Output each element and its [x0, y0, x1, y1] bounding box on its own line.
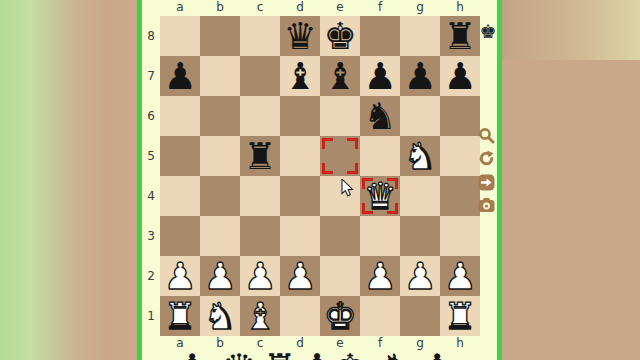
square-e4[interactable]: [320, 176, 360, 216]
square-d4[interactable]: [280, 176, 320, 216]
square-c1[interactable]: ♝: [240, 296, 280, 336]
chess-board[interactable]: ♛♚♜♟♝♝♟♟♟♞♜♞♛♟♟♟♟♟♟♟♜♞♝♚♜: [160, 16, 480, 336]
square-d6[interactable]: [280, 96, 320, 136]
square-h8[interactable]: ♜: [440, 16, 480, 56]
square-a2[interactable]: ♟: [160, 256, 200, 296]
mouse-cursor: [341, 179, 354, 202]
square-h3[interactable]: [440, 216, 480, 256]
square-h4[interactable]: [440, 176, 480, 216]
camera-icon[interactable]: [478, 197, 495, 214]
square-f5[interactable]: [360, 136, 400, 176]
square-g4[interactable]: [400, 176, 440, 216]
white-bishop-c1[interactable]: ♝: [240, 296, 280, 336]
square-g5[interactable]: ♞: [400, 136, 440, 176]
white-pawn-b2[interactable]: ♟: [200, 256, 240, 296]
square-g8[interactable]: [400, 16, 440, 56]
black-pawn-a7[interactable]: ♟: [160, 56, 200, 96]
square-e8[interactable]: ♚: [320, 16, 360, 56]
app-window: abcdefgh 87654321 ♛♚♜♟♝♝♟♟♟♞♜♞♛♟♟♟♟♟♟♟♜♞…: [0, 0, 640, 360]
square-d3[interactable]: [280, 216, 320, 256]
last-move-bracket: [362, 178, 373, 189]
black-pawn-h7[interactable]: ♟: [440, 56, 480, 96]
square-c3[interactable]: [240, 216, 280, 256]
square-b5[interactable]: [200, 136, 240, 176]
file-label-a: a: [160, 0, 200, 16]
square-b8[interactable]: [200, 16, 240, 56]
rank-label-1: 1: [142, 296, 160, 336]
file-label-g: g: [400, 0, 440, 16]
last-move-bracket: [347, 138, 358, 149]
chess-app-panel: abcdefgh 87654321 ♛♚♜♟♝♝♟♟♟♞♜♞♛♟♟♟♟♟♟♟♜♞…: [142, 0, 497, 360]
square-c8[interactable]: [240, 16, 280, 56]
square-h5[interactable]: [440, 136, 480, 176]
tray-black-rook[interactable]: ♜: [263, 349, 297, 360]
tray-black-bishop[interactable]: ♝: [300, 349, 334, 360]
file-label-c: c: [240, 0, 280, 16]
square-c2[interactable]: ♟: [240, 256, 280, 296]
black-knight-f6[interactable]: ♞: [360, 96, 400, 136]
square-g3[interactable]: [400, 216, 440, 256]
green-border-right: [497, 0, 502, 360]
rotate-icon[interactable]: [478, 150, 495, 167]
last-move-bracket: [322, 163, 333, 174]
black-king-e8[interactable]: ♚: [320, 16, 360, 56]
last-move-bracket: [387, 178, 398, 189]
file-label-e: e: [320, 0, 360, 16]
square-f4[interactable]: ♛: [360, 176, 400, 216]
last-move-bracket: [347, 163, 358, 174]
tray-black-knight[interactable]: ♞: [378, 349, 412, 360]
rank-label-7: 7: [142, 56, 160, 96]
square-a4[interactable]: [160, 176, 200, 216]
square-e2[interactable]: [320, 256, 360, 296]
black-bishop-e7[interactable]: ♝: [320, 56, 360, 96]
tray-black-queen[interactable]: ♛: [222, 349, 256, 360]
rank-label-8: 8: [142, 16, 160, 56]
square-c6[interactable]: [240, 96, 280, 136]
black-queen-d8[interactable]: ♛: [280, 16, 320, 56]
last-move-bracket: [322, 138, 333, 149]
square-a7[interactable]: ♟: [160, 56, 200, 96]
square-h6[interactable]: [440, 96, 480, 136]
square-a8[interactable]: [160, 16, 200, 56]
white-king-e1[interactable]: ♚: [320, 296, 360, 336]
rank-label-5: 5: [142, 136, 160, 176]
file-label-d: d: [280, 0, 320, 16]
square-b7[interactable]: [200, 56, 240, 96]
square-d8[interactable]: ♛: [280, 16, 320, 56]
square-c7[interactable]: [240, 56, 280, 96]
square-d2[interactable]: ♟: [280, 256, 320, 296]
blurred-background-right: [502, 0, 640, 360]
square-h7[interactable]: ♟: [440, 56, 480, 96]
square-a5[interactable]: [160, 136, 200, 176]
file-label-f: f: [360, 0, 400, 16]
white-knight-g5[interactable]: ♞: [400, 136, 440, 176]
file-label-h: h: [440, 0, 480, 16]
white-pawn-g2[interactable]: ♟: [400, 256, 440, 296]
file-labels-top: abcdefgh: [160, 0, 480, 16]
rank-label-2: 2: [142, 256, 160, 296]
forward-icon[interactable]: [478, 174, 495, 191]
square-b3[interactable]: [200, 216, 240, 256]
tray-black-pawn[interactable]: ♟: [175, 349, 209, 360]
white-knight-b1[interactable]: ♞: [200, 296, 240, 336]
black-bishop-d7[interactable]: ♝: [280, 56, 320, 96]
white-pawn-a2[interactable]: ♟: [160, 256, 200, 296]
white-pawn-h2[interactable]: ♟: [440, 256, 480, 296]
square-b4[interactable]: [200, 176, 240, 216]
black-pawn-g7[interactable]: ♟: [400, 56, 440, 96]
square-e1[interactable]: ♚: [320, 296, 360, 336]
square-e5[interactable]: [320, 136, 360, 176]
square-g6[interactable]: [400, 96, 440, 136]
black-rook-c5[interactable]: ♜: [240, 136, 280, 176]
square-f3[interactable]: [360, 216, 400, 256]
square-g7[interactable]: ♟: [400, 56, 440, 96]
square-e6[interactable]: [320, 96, 360, 136]
square-c5[interactable]: ♜: [240, 136, 280, 176]
square-a1[interactable]: ♜: [160, 296, 200, 336]
square-h1[interactable]: ♜: [440, 296, 480, 336]
square-f8[interactable]: [360, 16, 400, 56]
square-e7[interactable]: ♝: [320, 56, 360, 96]
last-move-bracket: [362, 203, 373, 214]
square-d1[interactable]: [280, 296, 320, 336]
square-d7[interactable]: ♝: [280, 56, 320, 96]
rank-label-6: 6: [142, 96, 160, 136]
square-f6[interactable]: ♞: [360, 96, 400, 136]
white-pawn-d2[interactable]: ♟: [280, 256, 320, 296]
side-to-move-indicator-black-king-icon: ♚: [479, 20, 497, 42]
square-d5[interactable]: [280, 136, 320, 176]
white-rook-h1[interactable]: ♜: [440, 296, 480, 336]
square-b6[interactable]: [200, 96, 240, 136]
rank-label-4: 4: [142, 176, 160, 216]
tray-black-king[interactable]: ♚: [333, 349, 367, 360]
black-pawn-f7[interactable]: ♟: [360, 56, 400, 96]
square-b2[interactable]: ♟: [200, 256, 240, 296]
white-pawn-f2[interactable]: ♟: [360, 256, 400, 296]
zoom-icon[interactable]: [478, 127, 495, 144]
square-f2[interactable]: ♟: [360, 256, 400, 296]
black-rook-h8[interactable]: ♜: [440, 16, 480, 56]
square-h2[interactable]: ♟: [440, 256, 480, 296]
white-rook-a1[interactable]: ♜: [160, 296, 200, 336]
rank-label-3: 3: [142, 216, 160, 256]
square-g1[interactable]: [400, 296, 440, 336]
square-a3[interactable]: [160, 216, 200, 256]
white-pawn-c2[interactable]: ♟: [240, 256, 280, 296]
square-a6[interactable]: [160, 96, 200, 136]
blurred-background-left: [0, 0, 137, 360]
square-g2[interactable]: ♟: [400, 256, 440, 296]
square-b1[interactable]: ♞: [200, 296, 240, 336]
square-f1[interactable]: [360, 296, 400, 336]
tray-black-pawn[interactable]: ♟: [420, 349, 454, 360]
square-f7[interactable]: ♟: [360, 56, 400, 96]
square-e3[interactable]: [320, 216, 360, 256]
last-move-bracket: [387, 203, 398, 214]
square-c4[interactable]: [240, 176, 280, 216]
file-label-b: b: [200, 0, 240, 16]
rank-labels-left: 87654321: [142, 16, 160, 336]
